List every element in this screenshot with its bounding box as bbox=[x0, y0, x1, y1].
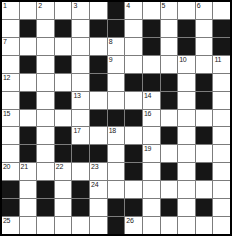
cell-r5c2[interactable] bbox=[37, 92, 54, 109]
cell-r4c3[interactable] bbox=[55, 74, 72, 91]
cell-r5c4[interactable]: 13 bbox=[72, 92, 89, 109]
black-cell-r7c9 bbox=[161, 127, 178, 144]
black-cell-r12c6 bbox=[108, 217, 125, 234]
black-cell-r4c8 bbox=[143, 74, 160, 91]
clue-number-23: 23 bbox=[91, 163, 98, 171]
clue-number-5: 5 bbox=[162, 2, 166, 10]
black-cell-r1c10 bbox=[178, 20, 195, 37]
cell-r12c2[interactable] bbox=[37, 217, 54, 234]
clue-number-8: 8 bbox=[109, 38, 113, 46]
cell-r0c3[interactable] bbox=[55, 2, 72, 19]
black-cell-r4c11 bbox=[196, 74, 213, 91]
cell-r3c8[interactable] bbox=[143, 56, 160, 73]
cell-r7c7[interactable] bbox=[125, 127, 142, 144]
cell-r3c6[interactable]: 9 bbox=[108, 56, 125, 73]
cell-r8c9[interactable] bbox=[161, 145, 178, 162]
cell-r5c8[interactable]: 14 bbox=[143, 92, 160, 109]
cell-r5c7[interactable] bbox=[125, 92, 142, 109]
black-cell-r1c5 bbox=[90, 20, 107, 37]
black-cell-r7c3 bbox=[55, 127, 72, 144]
cell-r11c10[interactable] bbox=[178, 199, 195, 216]
cell-r10c7[interactable] bbox=[125, 181, 142, 198]
cell-r7c0[interactable] bbox=[2, 127, 19, 144]
black-cell-r8c4 bbox=[72, 145, 89, 162]
clue-number-21: 21 bbox=[21, 163, 28, 171]
black-cell-r1c1 bbox=[20, 20, 37, 37]
cell-r0c9[interactable]: 5 bbox=[161, 2, 178, 19]
cell-r4c10[interactable] bbox=[178, 74, 195, 91]
cell-r6c10[interactable] bbox=[178, 110, 195, 127]
cell-r4c12[interactable] bbox=[213, 74, 230, 91]
cell-r9c1[interactable]: 21 bbox=[20, 163, 37, 180]
cell-r5c5[interactable] bbox=[90, 92, 107, 109]
cell-r10c11[interactable] bbox=[196, 181, 213, 198]
cell-r2c4[interactable] bbox=[72, 38, 89, 55]
black-cell-r4c5 bbox=[90, 74, 107, 91]
black-cell-r11c9 bbox=[161, 199, 178, 216]
cell-r2c9[interactable] bbox=[161, 38, 178, 55]
cell-r8c8[interactable]: 19 bbox=[143, 145, 160, 162]
cell-r7c5[interactable] bbox=[90, 127, 107, 144]
cell-r1c0[interactable] bbox=[2, 20, 19, 37]
black-cell-r2c12 bbox=[213, 38, 230, 55]
cell-r8c6[interactable] bbox=[108, 145, 125, 162]
cell-r7c10[interactable] bbox=[178, 127, 195, 144]
cell-r8c2[interactable] bbox=[37, 145, 54, 162]
cell-r0c5[interactable] bbox=[90, 2, 107, 19]
clue-number-7: 7 bbox=[3, 38, 7, 46]
cell-r3c12[interactable]: 11 bbox=[213, 56, 230, 73]
black-cell-r0c6 bbox=[108, 2, 125, 19]
cell-r7c6[interactable]: 18 bbox=[108, 127, 125, 144]
cell-r7c2[interactable] bbox=[37, 127, 54, 144]
cell-r3c10[interactable]: 10 bbox=[178, 56, 195, 73]
black-cell-r8c3 bbox=[55, 145, 72, 162]
cell-r9c6[interactable] bbox=[108, 163, 125, 180]
clue-number-13: 13 bbox=[73, 92, 80, 100]
cell-r9c3[interactable]: 22 bbox=[55, 163, 72, 180]
black-cell-r11c4 bbox=[72, 199, 89, 216]
cell-r9c4[interactable] bbox=[72, 163, 89, 180]
clue-number-24: 24 bbox=[91, 181, 98, 189]
cell-r12c12[interactable] bbox=[213, 217, 230, 234]
black-cell-r9c7 bbox=[125, 163, 142, 180]
clue-number-11: 11 bbox=[214, 56, 221, 64]
cell-r2c2[interactable] bbox=[37, 38, 54, 55]
cell-r1c11[interactable] bbox=[196, 20, 213, 37]
black-cell-r3c1 bbox=[20, 56, 37, 73]
black-cell-r2c10 bbox=[178, 38, 195, 55]
cell-r11c5[interactable] bbox=[90, 199, 107, 216]
crossword-page: 1234567891011121314151617181920212223242… bbox=[0, 0, 232, 236]
black-cell-r3c3 bbox=[55, 56, 72, 73]
cell-r12c7[interactable]: 26 bbox=[125, 217, 142, 234]
cell-r10c6[interactable] bbox=[108, 181, 125, 198]
cell-r0c11[interactable]: 6 bbox=[196, 2, 213, 19]
clue-number-25: 25 bbox=[3, 217, 10, 225]
black-cell-r7c11 bbox=[196, 127, 213, 144]
black-cell-r9c9 bbox=[161, 163, 178, 180]
cell-r4c1[interactable] bbox=[20, 74, 37, 91]
cell-r8c10[interactable] bbox=[178, 145, 195, 162]
crossword-grid: 1234567891011121314151617181920212223242… bbox=[0, 0, 232, 236]
cell-r3c9[interactable] bbox=[161, 56, 178, 73]
cell-r2c1[interactable] bbox=[20, 38, 37, 55]
clue-number-6: 6 bbox=[197, 2, 201, 10]
cell-r3c11[interactable] bbox=[196, 56, 213, 73]
cell-r5c0[interactable] bbox=[2, 92, 19, 109]
cell-r11c12[interactable] bbox=[213, 199, 230, 216]
cell-r10c8[interactable] bbox=[143, 181, 160, 198]
black-cell-r3c5 bbox=[90, 56, 107, 73]
black-cell-r5c3 bbox=[55, 92, 72, 109]
cell-r4c2[interactable] bbox=[37, 74, 54, 91]
cell-r10c9[interactable] bbox=[161, 181, 178, 198]
cell-r12c5[interactable] bbox=[90, 217, 107, 234]
cell-r7c8[interactable] bbox=[143, 127, 160, 144]
cell-r12c8[interactable] bbox=[143, 217, 160, 234]
cell-r6c4[interactable] bbox=[72, 110, 89, 127]
cell-r10c5[interactable]: 24 bbox=[90, 181, 107, 198]
cell-r12c9[interactable] bbox=[161, 217, 178, 234]
cell-r10c1[interactable] bbox=[20, 181, 37, 198]
cell-r2c3[interactable] bbox=[55, 38, 72, 55]
black-cell-r9c11 bbox=[196, 163, 213, 180]
cell-r2c5[interactable] bbox=[90, 38, 107, 55]
cell-r12c3[interactable] bbox=[55, 217, 72, 234]
black-cell-r5c1 bbox=[20, 92, 37, 109]
cell-r3c7[interactable] bbox=[125, 56, 142, 73]
cell-r0c0[interactable]: 1 bbox=[2, 2, 19, 19]
cell-r12c4[interactable] bbox=[72, 217, 89, 234]
cell-r3c2[interactable] bbox=[37, 56, 54, 73]
cell-r8c11[interactable] bbox=[196, 145, 213, 162]
cell-r6c3[interactable] bbox=[55, 110, 72, 127]
black-cell-r8c5 bbox=[90, 145, 107, 162]
cell-r8c12[interactable] bbox=[213, 145, 230, 162]
black-cell-r4c9 bbox=[161, 74, 178, 91]
cell-r8c0[interactable] bbox=[2, 145, 19, 162]
cell-r6c8[interactable]: 16 bbox=[143, 110, 160, 127]
black-cell-r6c7 bbox=[125, 110, 142, 127]
black-cell-r1c3 bbox=[55, 20, 72, 37]
cell-r7c12[interactable] bbox=[213, 127, 230, 144]
cell-r2c11[interactable] bbox=[196, 38, 213, 55]
cell-r0c1[interactable] bbox=[20, 2, 37, 19]
cell-r1c4[interactable] bbox=[72, 20, 89, 37]
black-cell-r5c11 bbox=[196, 92, 213, 109]
black-cell-r2c8 bbox=[143, 38, 160, 55]
cell-r11c1[interactable] bbox=[20, 199, 37, 216]
clue-number-22: 22 bbox=[56, 163, 63, 171]
cell-r0c8[interactable] bbox=[143, 2, 160, 19]
black-cell-r7c1 bbox=[20, 127, 37, 144]
black-cell-r1c6 bbox=[108, 20, 125, 37]
cell-r4c4[interactable] bbox=[72, 74, 89, 91]
cell-r2c0[interactable]: 7 bbox=[2, 38, 19, 55]
cell-r6c12[interactable] bbox=[213, 110, 230, 127]
clue-number-3: 3 bbox=[73, 2, 77, 10]
black-cell-r5c9 bbox=[161, 92, 178, 109]
cell-r1c2[interactable] bbox=[37, 20, 54, 37]
clue-number-20: 20 bbox=[3, 163, 10, 171]
black-cell-r11c7 bbox=[125, 199, 142, 216]
cell-r0c4[interactable]: 3 bbox=[72, 2, 89, 19]
cell-r9c12[interactable] bbox=[213, 163, 230, 180]
cell-r9c10[interactable] bbox=[178, 163, 195, 180]
cell-r2c6[interactable]: 8 bbox=[108, 38, 125, 55]
black-cell-r11c2 bbox=[37, 199, 54, 216]
cell-r7c4[interactable]: 17 bbox=[72, 127, 89, 144]
black-cell-r10c4 bbox=[72, 181, 89, 198]
clue-number-14: 14 bbox=[144, 92, 151, 100]
cell-r5c12[interactable] bbox=[213, 92, 230, 109]
cell-r6c0[interactable]: 15 bbox=[2, 110, 19, 127]
cell-r11c8[interactable] bbox=[143, 199, 160, 216]
black-cell-r10c0 bbox=[2, 181, 19, 198]
cell-r4c0[interactable]: 12 bbox=[2, 74, 19, 91]
black-cell-r1c8 bbox=[143, 20, 160, 37]
cell-r6c11[interactable] bbox=[196, 110, 213, 127]
cell-r0c12[interactable] bbox=[213, 2, 230, 19]
cell-r3c4[interactable] bbox=[72, 56, 89, 73]
cell-r12c10[interactable] bbox=[178, 217, 195, 234]
cell-r10c3[interactable] bbox=[55, 181, 72, 198]
cell-r0c10[interactable] bbox=[178, 2, 195, 19]
clue-number-19: 19 bbox=[144, 145, 151, 153]
cell-r12c11[interactable] bbox=[196, 217, 213, 234]
clue-number-10: 10 bbox=[179, 56, 186, 64]
cell-r3c0[interactable] bbox=[2, 56, 19, 73]
cell-r2c7[interactable] bbox=[125, 38, 142, 55]
black-cell-r6c6 bbox=[108, 110, 125, 127]
cell-r9c0[interactable]: 20 bbox=[2, 163, 19, 180]
cell-r6c2[interactable] bbox=[37, 110, 54, 127]
cell-r5c6[interactable] bbox=[108, 92, 125, 109]
black-cell-r8c7 bbox=[125, 145, 142, 162]
cell-r1c9[interactable] bbox=[161, 20, 178, 37]
black-cell-r11c0 bbox=[2, 199, 19, 216]
clue-number-26: 26 bbox=[126, 217, 133, 225]
black-cell-r11c11 bbox=[196, 199, 213, 216]
cell-r9c8[interactable] bbox=[143, 163, 160, 180]
clue-number-9: 9 bbox=[109, 56, 113, 64]
cell-r6c9[interactable] bbox=[161, 110, 178, 127]
clue-number-2: 2 bbox=[38, 2, 42, 10]
cell-r6c1[interactable] bbox=[20, 110, 37, 127]
clue-number-18: 18 bbox=[109, 127, 116, 135]
cell-r12c0[interactable]: 25 bbox=[2, 217, 19, 234]
black-cell-r8c1 bbox=[20, 145, 37, 162]
black-cell-r6c5 bbox=[90, 110, 107, 127]
cell-r12c1[interactable] bbox=[20, 217, 37, 234]
cell-r11c3[interactable] bbox=[55, 199, 72, 216]
black-cell-r11c6 bbox=[108, 199, 125, 216]
cell-r10c12[interactable] bbox=[213, 181, 230, 198]
clue-number-17: 17 bbox=[73, 127, 80, 135]
black-cell-r4c7 bbox=[125, 74, 142, 91]
clue-number-1: 1 bbox=[3, 2, 7, 10]
cell-r4c6[interactable] bbox=[108, 74, 125, 91]
clue-number-16: 16 bbox=[144, 110, 151, 118]
cell-r5c10[interactable] bbox=[178, 92, 195, 109]
clue-number-4: 4 bbox=[126, 2, 130, 10]
clue-number-12: 12 bbox=[3, 74, 10, 82]
clue-number-15: 15 bbox=[3, 110, 10, 118]
cell-r0c7[interactable]: 4 bbox=[125, 2, 142, 19]
cell-r9c5[interactable]: 23 bbox=[90, 163, 107, 180]
cell-r10c10[interactable] bbox=[178, 181, 195, 198]
black-cell-r1c12 bbox=[213, 20, 230, 37]
cell-r1c7[interactable] bbox=[125, 20, 142, 37]
cell-r0c2[interactable]: 2 bbox=[37, 2, 54, 19]
black-cell-r10c2 bbox=[37, 181, 54, 198]
cell-r9c2[interactable] bbox=[37, 163, 54, 180]
